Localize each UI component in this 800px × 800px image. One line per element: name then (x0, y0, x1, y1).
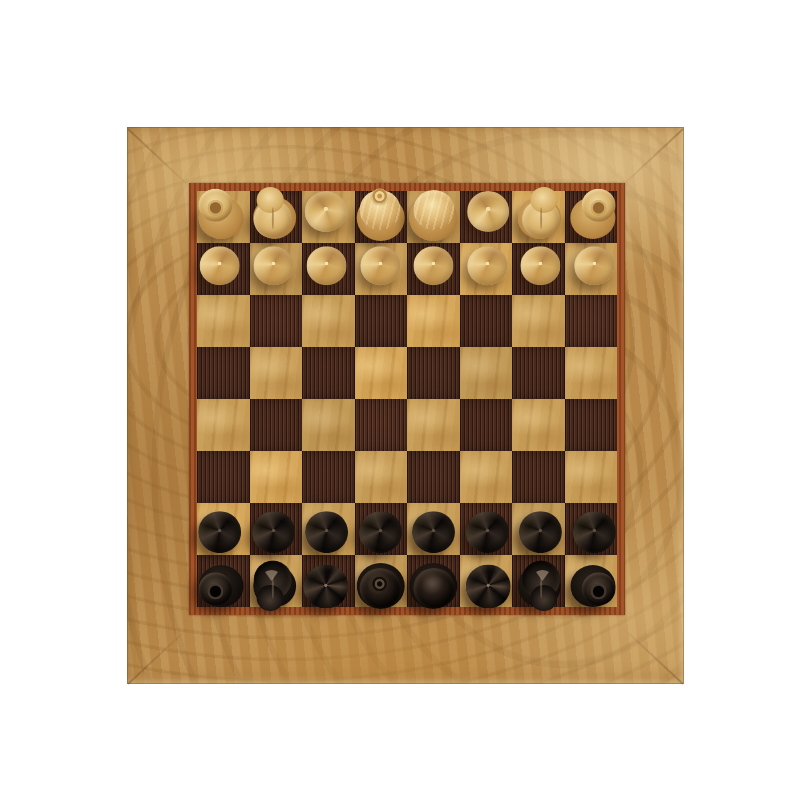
piece-body-shape (305, 511, 348, 553)
piece-body-shape (573, 511, 616, 553)
square-d4[interactable] (407, 347, 460, 399)
miter-seam (619, 128, 683, 188)
square-h4[interactable] (197, 347, 250, 399)
square-e4[interactable] (355, 347, 408, 399)
square-f4[interactable] (302, 347, 355, 399)
square-h3[interactable] (197, 295, 250, 347)
piece-body-shape (574, 246, 614, 285)
piece-finial-shape (371, 576, 387, 591)
miter-seam (619, 625, 683, 685)
miter-seam (127, 625, 191, 685)
piece-khead-shape (256, 585, 283, 611)
square-f6[interactable] (302, 451, 355, 503)
piece-dome-shape (414, 190, 455, 230)
square-g6[interactable] (250, 451, 303, 503)
square-a4[interactable] (565, 347, 618, 399)
piece-body-shape (304, 565, 349, 609)
square-c6[interactable] (460, 451, 513, 503)
piece-dome-shape (414, 568, 455, 608)
piece-top-shape (199, 189, 233, 222)
piece-body-shape (519, 511, 562, 553)
miter-seam (127, 128, 191, 188)
square-e3[interactable] (355, 295, 408, 347)
chess-board (197, 191, 617, 607)
piece-crease-shape (540, 207, 542, 229)
square-g5[interactable] (250, 399, 303, 451)
piece-khead-shape (531, 187, 558, 213)
square-c5[interactable] (460, 399, 513, 451)
piece-top-shape (581, 572, 615, 605)
photo-canvas (0, 0, 800, 800)
piece-body-shape (200, 246, 240, 285)
piece-body-shape (466, 511, 509, 553)
square-c3[interactable] (460, 295, 513, 347)
square-f5[interactable] (302, 399, 355, 451)
piece-body-shape (305, 191, 347, 232)
square-c4[interactable] (460, 347, 513, 399)
square-d6[interactable] (407, 451, 460, 503)
square-e6[interactable] (355, 451, 408, 503)
piece-body-shape (198, 511, 241, 553)
square-h6[interactable] (197, 451, 250, 503)
piece-top-shape (581, 189, 615, 222)
square-b5[interactable] (512, 399, 565, 451)
square-e5[interactable] (355, 399, 408, 451)
piece-body-shape (467, 191, 509, 232)
piece-body-shape (412, 511, 455, 553)
piece-body-shape (521, 246, 561, 285)
square-a6[interactable] (565, 451, 618, 503)
piece-body-shape (253, 246, 293, 285)
square-f3[interactable] (302, 295, 355, 347)
square-b3[interactable] (512, 295, 565, 347)
square-b6[interactable] (512, 451, 565, 503)
piece-notch-shape (263, 570, 279, 581)
square-h5[interactable] (197, 399, 250, 451)
piece-body-shape (467, 246, 507, 285)
square-g3[interactable] (250, 295, 303, 347)
square-a5[interactable] (565, 399, 618, 451)
piece-finial-shape (371, 189, 387, 204)
piece-khead-shape (256, 187, 283, 213)
piece-notch-shape (535, 570, 551, 581)
piece-top-shape (199, 572, 233, 605)
piece-body-shape (307, 246, 347, 285)
square-d3[interactable] (407, 295, 460, 347)
square-a3[interactable] (565, 295, 618, 347)
piece-body-shape (359, 511, 402, 553)
piece-body-shape (414, 246, 454, 285)
square-g4[interactable] (250, 347, 303, 399)
piece-body-shape (360, 246, 400, 285)
piece-crease-shape (272, 207, 274, 229)
piece-body-shape (465, 565, 510, 609)
square-b4[interactable] (512, 347, 565, 399)
square-d5[interactable] (407, 399, 460, 451)
piece-body-shape (252, 511, 295, 553)
piece-khead-shape (531, 585, 558, 611)
